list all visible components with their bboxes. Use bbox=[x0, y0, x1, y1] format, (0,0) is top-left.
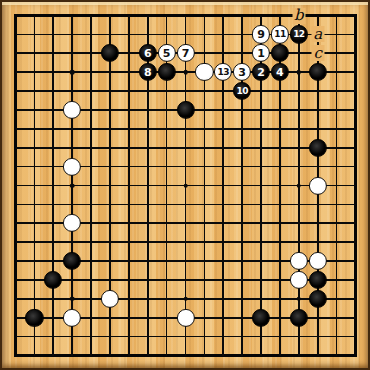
white-stone bbox=[252, 44, 270, 62]
black-stone bbox=[309, 271, 327, 289]
black-stone bbox=[271, 44, 289, 62]
black-stone bbox=[101, 44, 119, 62]
white-stone bbox=[63, 214, 81, 232]
black-stone bbox=[63, 252, 81, 270]
black-stone bbox=[44, 271, 62, 289]
star-point bbox=[70, 183, 75, 188]
star-point bbox=[183, 297, 188, 302]
star-point bbox=[70, 70, 75, 75]
label-b[interactable]: b bbox=[292, 8, 305, 24]
white-stone bbox=[309, 252, 327, 270]
black-stone bbox=[252, 309, 270, 327]
white-stone bbox=[176, 44, 194, 62]
black-stone bbox=[25, 309, 43, 327]
label-a[interactable]: a bbox=[311, 26, 324, 42]
white-stone bbox=[252, 25, 270, 43]
star-point bbox=[70, 297, 75, 302]
grid-line-horizontal bbox=[16, 204, 356, 206]
star-point bbox=[297, 183, 302, 188]
black-stone bbox=[233, 82, 251, 100]
white-stone bbox=[63, 101, 81, 119]
white-stone bbox=[233, 63, 251, 81]
white-stone bbox=[101, 290, 119, 308]
white-stone bbox=[63, 158, 81, 176]
black-stone bbox=[309, 290, 327, 308]
black-stone bbox=[139, 63, 157, 81]
black-stone bbox=[139, 44, 157, 62]
black-stone bbox=[271, 63, 289, 81]
black-stone bbox=[252, 63, 270, 81]
black-stone bbox=[309, 139, 327, 157]
grid-line-vertical bbox=[336, 16, 338, 356]
black-stone bbox=[309, 63, 327, 81]
white-stone bbox=[176, 309, 194, 327]
white-stone bbox=[290, 271, 308, 289]
white-stone bbox=[309, 176, 327, 194]
star-point bbox=[183, 70, 188, 75]
star-point bbox=[297, 297, 302, 302]
star-point bbox=[297, 70, 302, 75]
grid-line-horizontal bbox=[16, 336, 356, 338]
white-stone bbox=[63, 309, 81, 327]
white-stone bbox=[290, 252, 308, 270]
white-stone bbox=[158, 44, 176, 62]
label-c[interactable]: c bbox=[311, 45, 324, 61]
black-stone bbox=[158, 63, 176, 81]
grid-line-horizontal bbox=[16, 241, 356, 243]
white-stone bbox=[195, 63, 213, 81]
black-stone bbox=[290, 25, 308, 43]
white-stone bbox=[214, 63, 232, 81]
black-stone bbox=[290, 309, 308, 327]
go-board[interactable]: 12345678910111213abc bbox=[2, 2, 370, 370]
goban: 12345678910111213abc bbox=[0, 0, 370, 370]
black-stone bbox=[176, 101, 194, 119]
white-stone bbox=[271, 25, 289, 43]
star-point bbox=[183, 183, 188, 188]
